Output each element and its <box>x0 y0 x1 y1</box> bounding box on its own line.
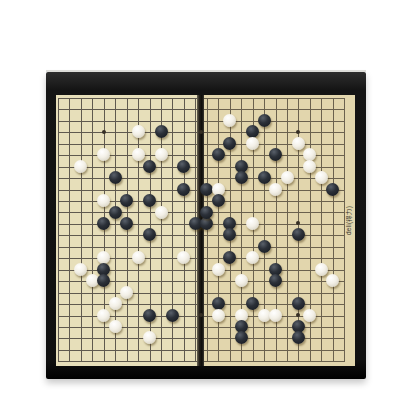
stone-white[interactable] <box>246 137 259 150</box>
stone-white[interactable] <box>292 137 305 150</box>
stone-black[interactable] <box>212 148 225 161</box>
stone-black[interactable] <box>200 206 213 219</box>
stone-black[interactable] <box>258 171 271 184</box>
stone-white[interactable] <box>120 286 133 299</box>
stone-white[interactable] <box>212 309 225 322</box>
stone-white[interactable] <box>212 263 225 276</box>
board-surface[interactable]: deli(得力) <box>56 95 355 367</box>
star-point <box>199 130 203 134</box>
product-photo: deli(得力) <box>0 0 400 400</box>
stone-black[interactable] <box>155 125 168 138</box>
stone-black[interactable] <box>292 297 305 310</box>
stone-white[interactable] <box>315 171 328 184</box>
stone-white[interactable] <box>109 320 122 333</box>
stone-white[interactable] <box>281 171 294 184</box>
stone-white[interactable] <box>315 263 328 276</box>
stone-black[interactable] <box>166 309 179 322</box>
stone-white[interactable] <box>235 274 248 287</box>
stone-white[interactable] <box>132 251 145 264</box>
stone-white[interactable] <box>97 309 110 322</box>
stone-black[interactable] <box>258 114 271 127</box>
fold-hinge <box>197 95 204 367</box>
stone-black[interactable] <box>109 206 122 219</box>
star-point <box>102 130 106 134</box>
stone-white[interactable] <box>269 309 282 322</box>
stone-black[interactable] <box>177 183 190 196</box>
stone-black[interactable] <box>143 160 156 173</box>
stone-white[interactable] <box>155 148 168 161</box>
stone-white[interactable] <box>246 217 259 230</box>
stone-black[interactable] <box>258 240 271 253</box>
stone-white[interactable] <box>109 297 122 310</box>
stone-black[interactable] <box>235 171 248 184</box>
stone-black[interactable] <box>212 194 225 207</box>
stone-black[interactable] <box>143 309 156 322</box>
stone-black[interactable] <box>109 171 122 184</box>
stone-white[interactable] <box>132 148 145 161</box>
stone-white[interactable] <box>132 125 145 138</box>
stone-white[interactable] <box>303 309 316 322</box>
stone-black[interactable] <box>326 183 339 196</box>
stone-black[interactable] <box>223 137 236 150</box>
brand-label: deli(得力) <box>344 205 353 235</box>
stone-white[interactable] <box>155 206 168 219</box>
star-point <box>199 313 203 317</box>
folding-go-board: deli(得力) <box>46 72 366 379</box>
stone-white[interactable] <box>269 183 282 196</box>
